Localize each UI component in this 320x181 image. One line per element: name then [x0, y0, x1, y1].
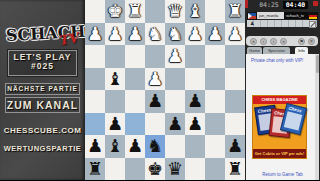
square-h2[interactable]: ♟ [85, 23, 105, 46]
square-g5[interactable] [105, 90, 125, 113]
square-d6[interactable]: ♟ [165, 113, 185, 136]
piece-bN: ♞ [145, 135, 165, 158]
piece-bP: ♟ [185, 113, 205, 136]
clock-left: 04:25 [257, 1, 281, 9]
piece-wR: ♜ [125, 0, 145, 23]
piece-bP: ♟ [165, 113, 185, 136]
piece-wP: ♟ [165, 45, 185, 68]
piece-bP: ♟ [225, 135, 245, 158]
magazine-covers: ChessChessChess [253, 104, 306, 140]
captured-pawn-icon: ♟ [250, 20, 254, 27]
square-c6[interactable]: ♟ [185, 113, 205, 136]
piece-wP: ♟ [225, 23, 245, 46]
flag-button[interactable]: ⚑ [298, 38, 305, 45]
turn-indicator: ♙ [245, 27, 307, 35]
video-frame: SCHACH TV LET'S PLAY #025 NÄCHSTE PARTIE… [0, 0, 320, 180]
chess-board: ♚♜♛♝♜♟♟♟♞♞♟♟♟♟♝♟♟♟♟♟♟♟♝♟♞♟♜♚♛♜ [85, 0, 245, 180]
logo-tv-text: TV [57, 30, 79, 48]
square-d1[interactable]: ♛ [165, 0, 185, 23]
square-a4[interactable] [225, 68, 245, 91]
nav-next-button[interactable]: › [270, 38, 277, 45]
square-a7[interactable]: ♟ [225, 135, 245, 158]
square-e6[interactable] [145, 113, 165, 136]
square-d7[interactable] [165, 135, 185, 158]
square-g8[interactable] [105, 158, 125, 181]
square-b8[interactable] [205, 158, 225, 181]
edit-icon[interactable] [309, 21, 316, 28]
square-e2[interactable]: ♞ [145, 23, 165, 46]
vip-ad[interactable]: CHESS MAGAZINE ChessChessChess Get Cubit… [252, 95, 307, 159]
square-f2[interactable]: ♟ [125, 23, 145, 46]
square-d4[interactable] [165, 68, 185, 91]
square-b2[interactable]: ♟ [205, 23, 225, 46]
episode-box: LET'S PLAY #025 [8, 50, 77, 76]
square-c4[interactable] [185, 68, 205, 91]
next-game-button[interactable]: NÄCHSTE PARTIE [5, 83, 80, 95]
red-accent [245, 0, 248, 8]
square-a5[interactable] [225, 90, 245, 113]
square-e7[interactable]: ♞ [145, 135, 165, 158]
square-b5[interactable] [205, 90, 225, 113]
nav-prev-button[interactable]: ‹ [260, 38, 267, 45]
philippines-flag-icon [247, 12, 257, 20]
episode-number: #025 [9, 62, 76, 71]
square-d3[interactable]: ♟ [165, 45, 185, 68]
square-a8[interactable]: ♜ [225, 158, 245, 181]
square-f3[interactable] [125, 45, 145, 68]
square-h4[interactable] [85, 68, 105, 91]
sidebar: SCHACH TV LET'S PLAY #025 NÄCHSTE PARTIE… [0, 0, 85, 180]
square-d8[interactable]: ♛ [165, 158, 185, 181]
piece-wP: ♟ [205, 23, 225, 46]
square-e1[interactable] [145, 0, 165, 23]
piece-wP: ♟ [185, 23, 205, 46]
player-right-name: schach_tv [284, 12, 309, 19]
square-g6[interactable]: ♟ [105, 113, 125, 136]
piece-bQ: ♛ [165, 158, 185, 181]
square-c5[interactable]: ♟ [185, 90, 205, 113]
square-b3[interactable] [205, 45, 225, 68]
square-g7[interactable]: ♝ [105, 135, 125, 158]
square-c3[interactable] [185, 45, 205, 68]
square-e3[interactable] [145, 45, 165, 68]
piece-bR: ♜ [85, 158, 105, 181]
nav-last-button[interactable]: » [280, 38, 287, 45]
magazine-cover: Chess [280, 103, 307, 135]
ad-header: CHESS MAGAZINE [253, 96, 306, 104]
game-toolbar: «‹›»⚑≡ [246, 36, 318, 46]
piece-bB: ♝ [105, 68, 125, 91]
square-g4[interactable]: ♝ [105, 68, 125, 91]
square-g3[interactable] [105, 45, 125, 68]
square-h1[interactable] [85, 0, 105, 23]
square-h7[interactable]: ♟ [85, 135, 105, 158]
site-label: CHESSCUBE.COM [0, 126, 85, 135]
ad-footer: Get Cubits or VIP per ads! [253, 149, 306, 158]
square-b4[interactable] [205, 68, 225, 91]
square-f6[interactable] [125, 113, 145, 136]
player-left-name: jun_manila [257, 12, 285, 19]
square-d2[interactable]: ♞ [165, 23, 185, 46]
square-h6[interactable] [85, 113, 105, 136]
chat-scrollbar[interactable] [315, 54, 319, 180]
square-c1[interactable]: ♝ [185, 0, 205, 23]
piece-wK: ♚ [105, 0, 125, 23]
square-f7[interactable]: ♟ [125, 135, 145, 158]
game-type-label: WERTUNGSPARTIE [0, 144, 85, 153]
piece-wP: ♟ [105, 23, 125, 46]
piece-bP: ♟ [105, 113, 125, 136]
return-link[interactable]: Return to Game Tab [246, 172, 319, 177]
square-f4[interactable] [125, 68, 145, 91]
captured-pieces-tray: ♟ [247, 20, 317, 27]
square-e5[interactable]: ♟ [145, 90, 165, 113]
square-a2[interactable]: ♟ [225, 23, 245, 46]
chat-area: Private chat only with VIP! CHESS MAGAZI… [246, 54, 319, 180]
square-a1[interactable]: ♜ [225, 0, 245, 23]
nav-first-button[interactable]: « [250, 38, 257, 45]
square-h5[interactable] [85, 90, 105, 113]
game-panel: 04:25 04:40 jun_manila schach_tv ♟ ♙ «‹›… [245, 0, 320, 180]
piece-bB: ♝ [105, 135, 125, 158]
square-h3[interactable] [85, 45, 105, 68]
panel-tabs: GameSpectatorInfo [245, 47, 320, 54]
piece-bP: ♟ [85, 135, 105, 158]
germany-flag-icon [308, 12, 318, 20]
square-h8[interactable]: ♜ [85, 158, 105, 181]
piece-wP: ♟ [125, 23, 145, 46]
clock-right-active: 04:40 [283, 1, 308, 9]
square-b7[interactable] [205, 135, 225, 158]
channel-button[interactable]: ZUM KANAL [5, 97, 80, 113]
square-e8[interactable]: ♚ [145, 158, 165, 181]
piece-bP: ♟ [145, 90, 165, 113]
square-g1[interactable]: ♚ [105, 0, 125, 23]
piece-wR: ♜ [225, 0, 245, 23]
square-f1[interactable]: ♜ [125, 0, 145, 23]
square-e4[interactable]: ♟ [145, 68, 165, 91]
piece-wP: ♟ [85, 23, 105, 46]
piece-wP: ♟ [145, 68, 165, 91]
square-d5[interactable] [165, 90, 185, 113]
piece-wQ: ♛ [165, 0, 185, 23]
piece-wN: ♞ [165, 23, 185, 46]
square-c7[interactable] [185, 135, 205, 158]
piece-wN: ♞ [145, 23, 165, 46]
square-b6[interactable] [205, 113, 225, 136]
square-f5[interactable] [125, 90, 145, 113]
square-g2[interactable]: ♟ [105, 23, 125, 46]
square-f8[interactable] [125, 158, 145, 181]
square-a3[interactable] [225, 45, 245, 68]
tab-info[interactable]: Info [295, 47, 308, 54]
channel-logo: SCHACH TV [5, 22, 82, 52]
piece-bR: ♜ [225, 158, 245, 181]
square-b1[interactable] [205, 0, 225, 23]
tab-spectator[interactable]: Spectator [263, 47, 290, 54]
menu-button[interactable]: ≡ [308, 38, 315, 45]
chat-message: Private chat only with VIP! [251, 58, 303, 63]
square-a6[interactable] [225, 113, 245, 136]
piece-bP: ♟ [125, 135, 145, 158]
tab-game[interactable]: Game [247, 47, 262, 54]
chesscube-logo-icon[interactable] [313, 1, 318, 6]
piece-bP: ♟ [185, 90, 205, 113]
square-c8[interactable] [185, 158, 205, 181]
square-c2[interactable]: ♟ [185, 23, 205, 46]
piece-wB: ♝ [185, 0, 205, 23]
piece-bK: ♚ [145, 158, 165, 181]
